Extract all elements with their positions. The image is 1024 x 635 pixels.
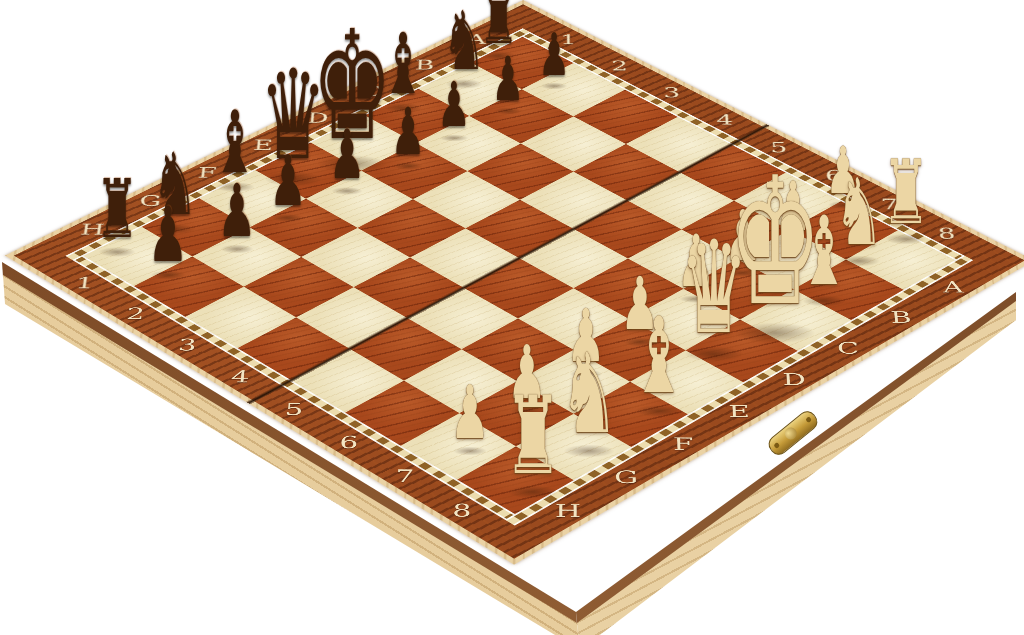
file-label-F: F [673,434,694,454]
file-label-B: B [415,57,435,73]
file-label-E: E [728,402,750,421]
clasp-screw [805,416,812,423]
rank-label-5: 5 [770,139,788,155]
file-label-C: C [361,83,382,99]
rank-label-1: 1 [560,32,577,47]
file-label-G: G [138,192,162,209]
file-label-C: C [836,339,859,358]
file-label-A: A [942,278,964,296]
file-label-F: F [197,164,218,181]
file-label-G: G [614,467,638,487]
rank-label-7: 7 [880,196,899,213]
rank-label-2: 2 [125,305,145,323]
rank-label-4: 4 [230,367,250,386]
rank-label-5: 5 [284,400,304,419]
file-label-H: H [555,501,581,521]
rank-label-8: 8 [937,225,957,242]
file-label-D: D [782,370,806,389]
rank-label-7: 7 [395,466,415,486]
rank-label-3: 3 [177,336,197,355]
rank-label-6: 6 [339,432,359,452]
file-label-A: A [467,31,486,46]
clasp-screw [773,442,780,449]
rank-label-8: 8 [452,500,472,520]
rank-label-2: 2 [611,58,628,74]
chess-board: 11AA22BB33CC44DD55EE66FF77GG88HH [5,0,1024,565]
clasp-knob [782,425,799,442]
file-label-H: H [79,221,106,238]
file-label-B: B [890,308,913,326]
file-label-E: E [252,137,273,153]
rank-label-4: 4 [716,112,734,128]
rank-label-6: 6 [824,167,843,184]
file-label-D: D [306,110,329,126]
rank-label-1: 1 [75,274,95,292]
product-photo: 11AA22BB33CC44DD55EE66FF77GG88HH ♜♞♝♚♛♝♞… [0,0,1024,635]
rank-label-3: 3 [663,85,680,101]
